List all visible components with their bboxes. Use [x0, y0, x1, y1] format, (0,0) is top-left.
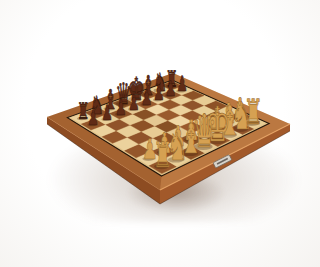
- piece-black-pawn-e7: ♟: [141, 86, 153, 110]
- piece-black-pawn-f7: ♟: [153, 81, 165, 105]
- piece-black-pawn-g7: ♟: [165, 76, 177, 100]
- piece-black-pawn-c7: ♟: [115, 95, 127, 119]
- chess-set-photo: ♜♞♟♝♟♚♟♛♟♝♟♞♟♟♜♟♟♜♟♟♞♟♝♟♚♟♛♟♝♟♞♜: [0, 0, 320, 267]
- piece-black-pawn-h7: ♟: [176, 72, 188, 96]
- piece-white-rook-a1: ♜: [153, 135, 172, 176]
- piece-black-pawn-b7: ♟: [101, 100, 113, 124]
- chessboard-3d-view: ♜♞♟♝♟♚♟♛♟♝♟♞♟♟♜♟♟♜♟♟♞♟♝♟♚♟♛♟♝♟♞♜: [0, 0, 320, 267]
- piece-black-pawn-d7: ♟: [128, 90, 140, 114]
- piece-black-pawn-a7: ♟: [87, 106, 99, 130]
